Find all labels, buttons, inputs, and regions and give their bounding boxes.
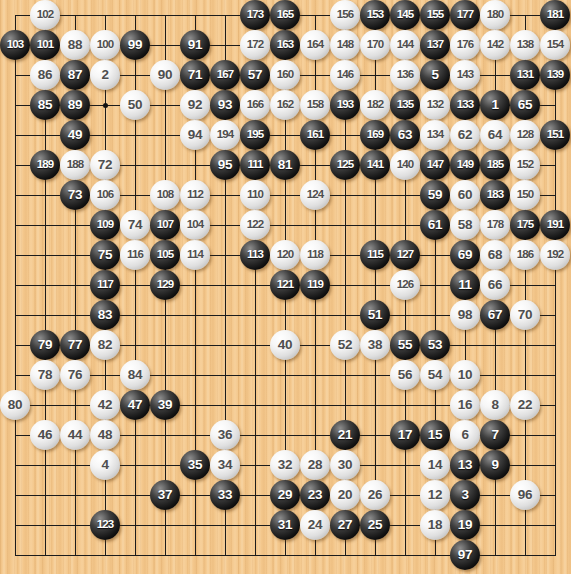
move-number-label: 52 — [338, 338, 352, 352]
move-number-label: 97 — [458, 548, 472, 562]
stone-black[interactable]: 29 — [270, 480, 300, 510]
move-number-label: 186 — [517, 249, 534, 261]
move-number-label: 192 — [547, 249, 564, 261]
stone-white[interactable]: 110 — [240, 180, 270, 210]
move-number-label: 145 — [397, 9, 414, 21]
move-number-label: 167 — [217, 69, 234, 81]
stone-black[interactable]: 25 — [360, 510, 390, 540]
stone-black[interactable]: 111 — [240, 150, 270, 180]
stone-black[interactable]: 109 — [90, 210, 120, 240]
stone-white[interactable]: 68 — [480, 240, 510, 270]
move-number-label: 111 — [247, 159, 262, 171]
stone-white[interactable]: 48 — [90, 420, 120, 450]
stone-white[interactable]: 154 — [540, 30, 570, 60]
stone-white[interactable]: 4 — [90, 450, 120, 480]
stone-black[interactable]: 71 — [180, 60, 210, 90]
move-number-label: 79 — [38, 338, 52, 352]
move-number-label: 31 — [278, 518, 292, 532]
stone-white[interactable]: 88 — [60, 30, 90, 60]
stone-white[interactable]: 74 — [120, 210, 150, 240]
stone-white[interactable]: 50 — [120, 90, 150, 120]
stone-black[interactable]: 141 — [360, 150, 390, 180]
stone-black[interactable]: 49 — [60, 120, 90, 150]
stone-white[interactable]: 20 — [330, 480, 360, 510]
stone-black[interactable]: 135 — [390, 90, 420, 120]
stone-white[interactable]: 124 — [300, 180, 330, 210]
stone-white[interactable]: 142 — [480, 30, 510, 60]
stone-black[interactable]: 163 — [270, 30, 300, 60]
move-number-label: 185 — [487, 159, 504, 171]
move-number-label: 114 — [187, 249, 203, 261]
move-number-label: 9 — [491, 458, 498, 472]
stone-white[interactable]: 194 — [210, 120, 240, 150]
stone-black[interactable]: 65 — [510, 90, 540, 120]
stone-white[interactable]: 8 — [480, 390, 510, 420]
stone-white[interactable]: 143 — [450, 60, 480, 90]
stone-white[interactable]: 178 — [480, 210, 510, 240]
stone-white[interactable]: 164 — [300, 30, 330, 60]
stone-black[interactable]: 113 — [240, 240, 270, 270]
stone-white[interactable]: 32 — [270, 450, 300, 480]
move-number-label: 132 — [427, 99, 444, 111]
stone-white[interactable]: 14 — [420, 450, 450, 480]
move-number-label: 24 — [308, 518, 322, 532]
move-number-label: 73 — [68, 188, 82, 202]
stone-black[interactable]: 101 — [30, 30, 60, 60]
move-number-label: 22 — [518, 398, 532, 412]
grid-line-vertical — [555, 15, 556, 556]
move-number-label: 148 — [337, 39, 354, 51]
stone-black[interactable]: 1 — [480, 90, 510, 120]
stone-white[interactable]: 96 — [510, 480, 540, 510]
stone-black[interactable]: 87 — [60, 60, 90, 90]
stone-white[interactable]: 60 — [450, 180, 480, 210]
stone-white[interactable]: 132 — [420, 90, 450, 120]
move-number-label: 140 — [397, 159, 414, 171]
stone-black[interactable]: 5 — [420, 60, 450, 90]
stone-black[interactable]: 169 — [360, 120, 390, 150]
stone-white[interactable]: 56 — [390, 360, 420, 390]
move-number-label: 15 — [428, 428, 442, 442]
stone-black[interactable]: 115 — [360, 240, 390, 270]
move-number-label: 57 — [248, 68, 262, 82]
stone-white[interactable]: 162 — [270, 90, 300, 120]
move-number-label: 106 — [97, 189, 114, 201]
stone-white[interactable]: 2 — [90, 60, 120, 90]
stone-white[interactable]: 6 — [450, 420, 480, 450]
stone-black[interactable]: 47 — [120, 390, 150, 420]
stone-black[interactable]: 195 — [240, 120, 270, 150]
move-number-label: 58 — [458, 218, 472, 232]
stone-white[interactable]: 118 — [300, 240, 330, 270]
stone-white[interactable]: 44 — [60, 420, 90, 450]
move-number-label: 139 — [547, 69, 564, 81]
stone-white[interactable]: 144 — [390, 30, 420, 60]
stone-black[interactable]: 165 — [270, 0, 300, 30]
stone-black[interactable]: 147 — [420, 150, 450, 180]
stone-black[interactable]: 11 — [450, 270, 480, 300]
stone-white[interactable]: 62 — [450, 120, 480, 150]
stone-black[interactable]: 7 — [480, 420, 510, 450]
stone-black[interactable]: 31 — [270, 510, 300, 540]
stone-white[interactable]: 38 — [360, 330, 390, 360]
move-number-label: 135 — [397, 99, 414, 111]
move-number-label: 105 — [157, 249, 174, 261]
stone-black[interactable]: 91 — [180, 30, 210, 60]
move-number-label: 66 — [488, 278, 502, 292]
move-number-label: 129 — [157, 279, 174, 291]
stone-white[interactable]: 160 — [270, 60, 300, 90]
stone-white[interactable]: 182 — [360, 90, 390, 120]
stone-white[interactable]: 104 — [180, 210, 210, 240]
stone-white[interactable]: 90 — [150, 60, 180, 90]
stone-white[interactable]: 64 — [480, 120, 510, 150]
move-number-label: 142 — [487, 39, 504, 51]
move-number-label: 12 — [428, 488, 442, 502]
move-number-label: 136 — [397, 69, 414, 81]
move-number-label: 137 — [427, 39, 444, 51]
move-number-label: 158 — [307, 99, 324, 111]
move-number-label: 120 — [277, 249, 294, 261]
move-number-label: 125 — [337, 159, 354, 171]
stone-white[interactable]: 172 — [240, 30, 270, 60]
stone-black[interactable]: 103 — [0, 30, 30, 60]
stone-black[interactable]: 23 — [300, 480, 330, 510]
stone-black[interactable]: 27 — [330, 510, 360, 540]
stone-white[interactable]: 180 — [480, 0, 510, 30]
move-number-label: 126 — [397, 279, 414, 291]
move-number-label: 127 — [397, 249, 414, 261]
move-number-label: 88 — [68, 38, 82, 52]
move-number-label: 189 — [37, 159, 54, 171]
move-number-label: 20 — [338, 488, 352, 502]
stone-black[interactable]: 173 — [240, 0, 270, 30]
move-number-label: 75 — [98, 248, 112, 262]
stone-white[interactable]: 150 — [510, 180, 540, 210]
move-number-label: 94 — [188, 128, 202, 142]
move-number-label: 61 — [428, 218, 442, 232]
stone-black[interactable]: 85 — [30, 90, 60, 120]
move-number-label: 65 — [518, 98, 532, 112]
stone-white[interactable]: 18 — [420, 510, 450, 540]
stone-white[interactable]: 22 — [510, 390, 540, 420]
stone-white[interactable]: 116 — [120, 240, 150, 270]
stone-white[interactable]: 146 — [330, 60, 360, 90]
move-number-label: 99 — [128, 38, 142, 52]
stone-black[interactable]: 191 — [540, 210, 570, 240]
stone-black[interactable]: 73 — [60, 180, 90, 210]
stone-white[interactable]: 106 — [90, 180, 120, 210]
move-number-label: 78 — [38, 368, 52, 382]
stone-white[interactable]: 192 — [540, 240, 570, 270]
move-number-label: 25 — [368, 518, 382, 532]
move-number-label: 35 — [188, 458, 202, 472]
move-number-label: 92 — [188, 98, 202, 112]
move-number-label: 194 — [217, 129, 234, 141]
move-number-label: 47 — [128, 398, 142, 412]
stone-black[interactable]: 189 — [30, 150, 60, 180]
stone-white[interactable]: 156 — [330, 0, 360, 30]
stone-white[interactable]: 98 — [450, 300, 480, 330]
stone-black[interactable]: 107 — [150, 210, 180, 240]
stone-black[interactable]: 167 — [210, 60, 240, 90]
stone-black[interactable]: 97 — [450, 540, 480, 570]
move-number-label: 121 — [277, 279, 294, 291]
stone-white[interactable]: 140 — [390, 150, 420, 180]
stone-black[interactable]: 161 — [300, 120, 330, 150]
stone-white[interactable]: 176 — [450, 30, 480, 60]
stone-white[interactable]: 36 — [210, 420, 240, 450]
move-number-label: 30 — [338, 458, 352, 472]
stone-black[interactable]: 177 — [450, 0, 480, 30]
stone-black[interactable]: 57 — [240, 60, 270, 90]
move-number-label: 86 — [38, 68, 52, 82]
move-number-label: 3 — [461, 488, 468, 502]
move-number-label: 84 — [128, 368, 142, 382]
stone-white[interactable]: 152 — [510, 150, 540, 180]
stone-black[interactable]: 13 — [450, 450, 480, 480]
stone-black[interactable]: 19 — [450, 510, 480, 540]
move-number-label: 91 — [188, 38, 202, 52]
move-number-label: 83 — [98, 308, 112, 322]
move-number-label: 67 — [488, 308, 502, 322]
move-number-label: 64 — [488, 128, 502, 142]
stone-white[interactable]: 186 — [510, 240, 540, 270]
stone-black[interactable]: 119 — [300, 270, 330, 300]
move-number-label: 102 — [37, 9, 54, 21]
move-number-label: 166 — [247, 99, 264, 111]
move-number-label: 96 — [518, 488, 532, 502]
move-number-label: 146 — [337, 69, 354, 81]
move-number-label: 37 — [158, 488, 172, 502]
move-number-label: 104 — [187, 219, 204, 231]
move-number-label: 72 — [98, 158, 112, 172]
stone-white[interactable]: 66 — [480, 270, 510, 300]
stone-black[interactable]: 129 — [150, 270, 180, 300]
stone-black[interactable]: 183 — [480, 180, 510, 210]
stone-white[interactable]: 128 — [510, 120, 540, 150]
stone-black[interactable]: 51 — [360, 300, 390, 330]
move-number-label: 154 — [547, 39, 564, 51]
move-number-label: 10 — [458, 368, 472, 382]
move-number-label: 8 — [491, 398, 498, 412]
move-number-label: 63 — [398, 128, 412, 142]
stone-white[interactable]: 80 — [0, 390, 30, 420]
move-number-label: 50 — [128, 98, 142, 112]
stone-black[interactable]: 93 — [210, 90, 240, 120]
move-number-label: 123 — [97, 519, 114, 531]
stone-white[interactable]: 86 — [30, 60, 60, 90]
stone-white[interactable]: 100 — [90, 30, 120, 60]
stone-black[interactable]: 153 — [360, 0, 390, 30]
stone-white[interactable]: 40 — [270, 330, 300, 360]
move-number-label: 165 — [277, 9, 294, 21]
stone-black[interactable]: 181 — [540, 0, 570, 30]
stone-black[interactable]: 123 — [90, 510, 120, 540]
stone-black[interactable]: 77 — [60, 330, 90, 360]
move-number-label: 169 — [367, 129, 384, 141]
stone-white[interactable]: 16 — [450, 390, 480, 420]
stone-white[interactable]: 52 — [330, 330, 360, 360]
stone-black[interactable]: 117 — [90, 270, 120, 300]
move-number-label: 161 — [307, 129, 324, 141]
move-number-label: 70 — [518, 308, 532, 322]
move-number-label: 173 — [247, 9, 264, 21]
stone-white[interactable]: 42 — [90, 390, 120, 420]
move-number-label: 48 — [98, 428, 112, 442]
stone-black[interactable]: 3 — [450, 480, 480, 510]
stone-black[interactable]: 99 — [120, 30, 150, 60]
move-number-label: 2 — [101, 68, 108, 82]
stone-black[interactable]: 37 — [150, 480, 180, 510]
stone-white[interactable]: 84 — [120, 360, 150, 390]
stone-white[interactable]: 92 — [180, 90, 210, 120]
stone-white[interactable]: 28 — [300, 450, 330, 480]
stone-white[interactable]: 188 — [60, 150, 90, 180]
move-number-label: 21 — [338, 428, 352, 442]
stone-white[interactable]: 76 — [60, 360, 90, 390]
stone-black[interactable]: 69 — [450, 240, 480, 270]
stone-black[interactable]: 17 — [390, 420, 420, 450]
stone-white[interactable]: 112 — [180, 180, 210, 210]
stone-black[interactable]: 133 — [450, 90, 480, 120]
stone-white[interactable]: 120 — [270, 240, 300, 270]
move-number-label: 87 — [68, 68, 82, 82]
stone-black[interactable]: 55 — [390, 330, 420, 360]
stone-white[interactable]: 34 — [210, 450, 240, 480]
stone-white[interactable]: 72 — [90, 150, 120, 180]
stone-white[interactable]: 12 — [420, 480, 450, 510]
stone-white[interactable]: 122 — [240, 210, 270, 240]
stone-black[interactable]: 75 — [90, 240, 120, 270]
stone-white[interactable]: 166 — [240, 90, 270, 120]
move-number-label: 122 — [247, 219, 264, 231]
move-number-label: 11 — [458, 278, 472, 292]
stone-black[interactable]: 151 — [540, 120, 570, 150]
move-number-label: 103 — [7, 39, 24, 51]
move-number-label: 95 — [218, 158, 232, 172]
move-number-label: 176 — [457, 39, 474, 51]
move-number-label: 13 — [458, 458, 472, 472]
stone-white[interactable]: 126 — [390, 270, 420, 300]
stone-black[interactable]: 79 — [30, 330, 60, 360]
stone-white[interactable]: 134 — [420, 120, 450, 150]
stone-white[interactable]: 10 — [450, 360, 480, 390]
move-number-label: 54 — [428, 368, 442, 382]
stone-black[interactable]: 149 — [450, 150, 480, 180]
move-number-label: 26 — [368, 488, 382, 502]
stone-black[interactable]: 59 — [420, 180, 450, 210]
move-number-label: 113 — [247, 249, 263, 261]
stone-black[interactable]: 139 — [540, 60, 570, 90]
move-number-label: 5 — [431, 68, 438, 82]
stone-white[interactable]: 46 — [30, 420, 60, 450]
move-number-label: 156 — [337, 9, 354, 21]
go-board[interactable]: 1021731651561531451551771801811031018810… — [0, 0, 571, 574]
stone-white[interactable]: 58 — [450, 210, 480, 240]
stone-white[interactable]: 54 — [420, 360, 450, 390]
move-number-label: 14 — [428, 458, 442, 472]
stone-white[interactable]: 148 — [330, 30, 360, 60]
stone-white[interactable]: 136 — [390, 60, 420, 90]
move-number-label: 109 — [97, 219, 114, 231]
stone-white[interactable]: 82 — [90, 330, 120, 360]
move-number-label: 4 — [101, 458, 108, 472]
move-number-label: 141 — [367, 159, 384, 171]
move-number-label: 81 — [278, 158, 292, 172]
stone-black[interactable]: 125 — [330, 150, 360, 180]
stone-white[interactable]: 108 — [150, 180, 180, 210]
stone-white[interactable]: 70 — [510, 300, 540, 330]
stone-black[interactable]: 35 — [180, 450, 210, 480]
stone-white[interactable]: 30 — [330, 450, 360, 480]
stone-white[interactable]: 114 — [180, 240, 210, 270]
move-number-label: 163 — [277, 39, 294, 51]
move-number-label: 55 — [398, 338, 412, 352]
stone-black[interactable]: 155 — [420, 0, 450, 30]
stone-white[interactable]: 158 — [300, 90, 330, 120]
move-number-label: 152 — [517, 159, 534, 171]
move-number-label: 28 — [308, 458, 322, 472]
stone-black[interactable]: 193 — [330, 90, 360, 120]
move-number-label: 191 — [547, 219, 564, 231]
stone-black[interactable]: 131 — [510, 60, 540, 90]
stone-black[interactable]: 39 — [150, 390, 180, 420]
stone-black[interactable]: 175 — [510, 210, 540, 240]
stone-black[interactable]: 53 — [420, 330, 450, 360]
move-number-label: 33 — [218, 488, 232, 502]
stone-white[interactable]: 24 — [300, 510, 330, 540]
stone-black[interactable]: 61 — [420, 210, 450, 240]
stone-white[interactable]: 94 — [180, 120, 210, 150]
stone-black[interactable]: 89 — [60, 90, 90, 120]
stone-black[interactable]: 83 — [90, 300, 120, 330]
move-number-label: 112 — [187, 189, 203, 201]
stone-black[interactable]: 105 — [150, 240, 180, 270]
move-number-label: 110 — [247, 189, 263, 201]
stone-black[interactable]: 121 — [270, 270, 300, 300]
stone-black[interactable]: 33 — [210, 480, 240, 510]
stone-white[interactable]: 102 — [30, 0, 60, 30]
move-number-label: 160 — [277, 69, 294, 81]
stone-black[interactable]: 127 — [390, 240, 420, 270]
stone-black[interactable]: 21 — [330, 420, 360, 450]
stone-black[interactable]: 185 — [480, 150, 510, 180]
move-number-label: 162 — [277, 99, 294, 111]
stone-black[interactable]: 137 — [420, 30, 450, 60]
move-number-label: 101 — [37, 39, 54, 51]
move-number-label: 118 — [307, 249, 323, 261]
stone-black[interactable]: 9 — [480, 450, 510, 480]
move-number-label: 32 — [278, 458, 292, 472]
move-number-label: 19 — [458, 518, 472, 532]
stone-black[interactable]: 145 — [390, 0, 420, 30]
stone-black[interactable]: 95 — [210, 150, 240, 180]
stone-black[interactable]: 81 — [270, 150, 300, 180]
stone-white[interactable]: 26 — [360, 480, 390, 510]
stone-white[interactable]: 138 — [510, 30, 540, 60]
stone-black[interactable]: 15 — [420, 420, 450, 450]
move-number-label: 155 — [427, 9, 444, 21]
stone-white[interactable]: 78 — [30, 360, 60, 390]
move-number-label: 90 — [158, 68, 172, 82]
move-number-label: 195 — [247, 129, 264, 141]
move-number-label: 133 — [457, 99, 474, 111]
stone-black[interactable]: 67 — [480, 300, 510, 330]
move-number-label: 98 — [458, 308, 472, 322]
stone-white[interactable]: 170 — [360, 30, 390, 60]
stone-black[interactable]: 63 — [390, 120, 420, 150]
